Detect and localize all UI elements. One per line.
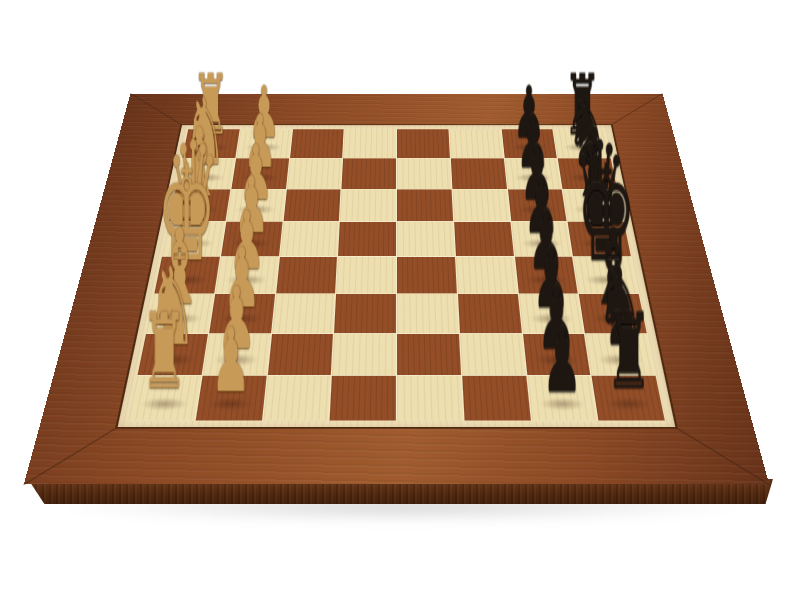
piece-glyph: ♟: [543, 316, 583, 404]
square-h5[interactable]: [397, 376, 463, 421]
square-h6[interactable]: [462, 376, 530, 421]
square-b6[interactable]: [451, 158, 507, 188]
square-d5[interactable]: [397, 222, 455, 256]
chess-board: ♜♟♟♜♞♟♟♞♝♟♟♝♛♟♟♛♚♟♟♚♝♟♟♝♞♟♟♞♜♟♟♜: [24, 94, 769, 485]
square-f3[interactable]: [272, 294, 336, 333]
square-a4[interactable]: [343, 129, 396, 158]
frame-miter-bottom-left: [23, 428, 117, 486]
square-f6[interactable]: [458, 294, 522, 333]
board-grid: ♜♟♟♜♞♟♟♞♝♟♟♝♛♟♟♛♚♟♟♚♝♟♟♝♞♟♟♞♜♟♟♜: [128, 129, 665, 420]
square-a3[interactable]: [290, 129, 344, 158]
square-h4[interactable]: [330, 376, 396, 421]
square-a6[interactable]: [449, 129, 503, 158]
square-e3[interactable]: [276, 257, 338, 293]
square-d4[interactable]: [338, 222, 396, 256]
square-f4[interactable]: [334, 294, 396, 333]
piece-black-pawn-h7[interactable]: ♟: [527, 376, 598, 421]
square-e5[interactable]: [397, 257, 457, 293]
square-a5[interactable]: [397, 129, 450, 158]
piece-white-pawn-h2[interactable]: ♟: [195, 376, 266, 421]
square-c4[interactable]: [340, 189, 396, 221]
square-c3[interactable]: [283, 189, 341, 221]
square-d6[interactable]: [454, 222, 514, 256]
square-h2[interactable]: ♟: [195, 376, 266, 421]
square-c6[interactable]: [452, 189, 510, 221]
square-h7[interactable]: ♟: [527, 376, 598, 421]
square-g5[interactable]: [397, 334, 461, 376]
square-g4[interactable]: [332, 334, 396, 376]
piece-white-rook-h1[interactable]: ♜: [128, 376, 201, 421]
photo-area: ♜♟♟♜♞♟♟♞♝♟♟♝♛♟♟♛♚♟♟♚♝♟♟♝♞♟♟♞♜♟♟♜: [0, 0, 800, 600]
piece-glyph: ♜: [141, 301, 188, 405]
square-e4[interactable]: [336, 257, 396, 293]
frame-miter-bottom-right: [676, 428, 770, 486]
piece-glyph: ♟: [211, 316, 251, 404]
square-b3[interactable]: [286, 158, 342, 188]
square-b4[interactable]: [342, 158, 396, 188]
square-g6[interactable]: [460, 334, 526, 376]
square-h1[interactable]: ♜: [128, 376, 201, 421]
piece-glyph: ♜: [606, 301, 653, 405]
square-g3[interactable]: [267, 334, 333, 376]
square-d3[interactable]: [280, 222, 340, 256]
board-scene: ♜♟♟♜♞♟♟♞♝♟♟♝♛♟♟♛♚♟♟♚♝♟♟♝♞♟♟♞♜♟♟♜: [86, 0, 707, 567]
square-f5[interactable]: [397, 294, 459, 333]
square-h8[interactable]: ♜: [592, 376, 665, 421]
square-c5[interactable]: [397, 189, 453, 221]
square-b5[interactable]: [397, 158, 451, 188]
piece-black-rook-h8[interactable]: ♜: [592, 376, 665, 421]
playing-surface: ♜♟♟♜♞♟♟♞♝♟♟♝♛♟♟♛♚♟♟♚♝♟♟♝♞♟♟♞♜♟♟♜: [115, 124, 678, 428]
square-e6[interactable]: [456, 257, 518, 293]
square-h3[interactable]: [263, 376, 331, 421]
